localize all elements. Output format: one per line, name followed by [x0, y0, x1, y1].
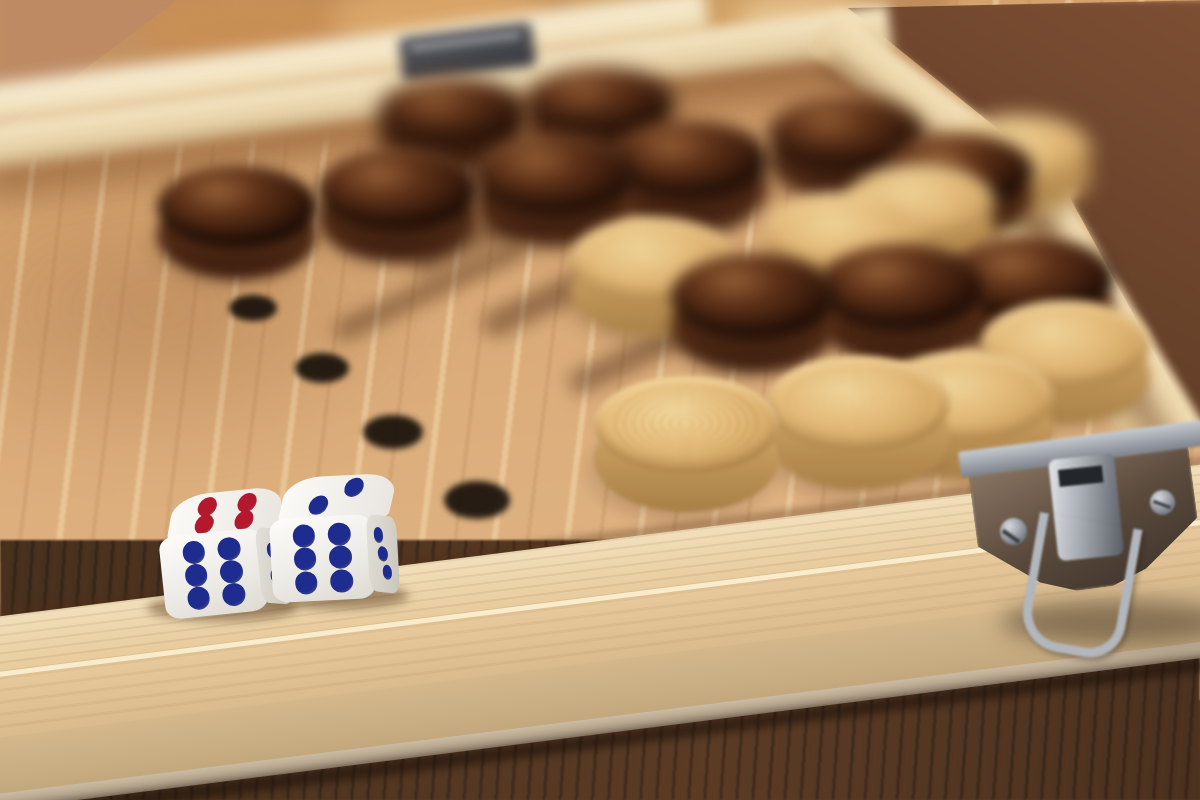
backgammon-photo-scene — [0, 0, 1200, 800]
die-pip — [184, 563, 209, 588]
die-pip — [186, 586, 211, 611]
checker-dark[interactable] — [818, 244, 983, 364]
die-face-front — [269, 514, 377, 604]
checker-light[interactable] — [594, 376, 779, 512]
die-pip — [294, 571, 318, 595]
die-pip — [327, 522, 351, 546]
board-point-dot — [229, 295, 277, 321]
die-pip — [181, 540, 206, 565]
die-pip — [383, 565, 393, 581]
checker-dark[interactable] — [671, 253, 836, 373]
die-pip — [306, 495, 329, 515]
die-right[interactable] — [267, 473, 399, 603]
checker-top — [157, 165, 317, 248]
die-pip — [219, 559, 244, 584]
die-pip — [328, 546, 352, 570]
die-pip — [373, 527, 383, 543]
die-pip — [342, 477, 365, 497]
checker-dark[interactable] — [157, 165, 317, 280]
die-pip — [378, 546, 388, 562]
checker-top — [671, 253, 836, 339]
die-pip — [221, 582, 246, 607]
checker-top — [475, 134, 635, 215]
die-face-side — [366, 514, 400, 595]
checker-rings — [608, 384, 763, 466]
board-point-dot — [295, 353, 349, 383]
die-pip — [330, 569, 354, 593]
checker-dark[interactable] — [318, 148, 478, 262]
die-pip — [292, 524, 316, 548]
die-pip — [293, 547, 317, 571]
checker-light[interactable] — [767, 356, 950, 490]
board-point-dot — [363, 415, 423, 449]
checker-rings — [781, 364, 935, 444]
board-point-dot — [444, 481, 510, 519]
checker-top — [818, 244, 983, 330]
checker-top — [318, 148, 478, 230]
die-pip — [216, 536, 241, 561]
die-face-front — [158, 527, 269, 620]
